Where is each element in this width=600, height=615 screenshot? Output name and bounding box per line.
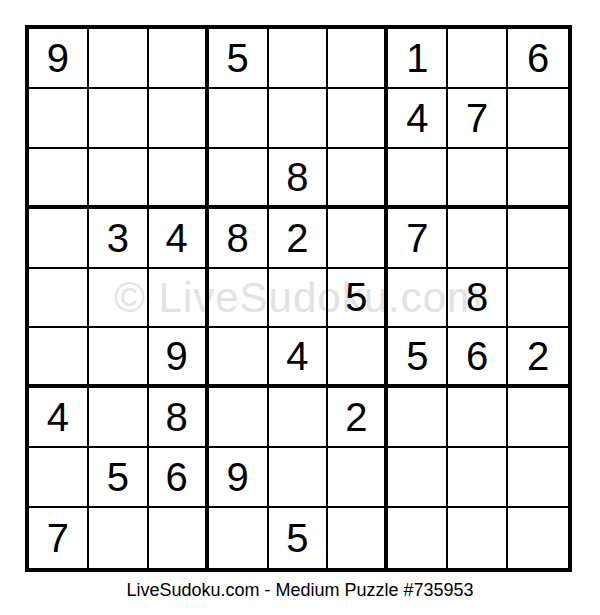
cell-r1c8[interactable] bbox=[448, 29, 508, 89]
cell-r9c3[interactable] bbox=[149, 508, 209, 568]
cell-r3c6[interactable] bbox=[328, 149, 388, 209]
cell-r1c7: 1 bbox=[388, 29, 448, 89]
cell-r4c7: 7 bbox=[388, 209, 448, 269]
cell-r2c3[interactable] bbox=[149, 89, 209, 149]
cell-r4c6[interactable] bbox=[328, 209, 388, 269]
cell-r7c9[interactable] bbox=[508, 388, 568, 448]
cell-r8c6[interactable] bbox=[328, 448, 388, 508]
cell-r5c7[interactable] bbox=[388, 269, 448, 329]
cell-r4c4: 8 bbox=[209, 209, 269, 269]
cell-r4c8[interactable] bbox=[448, 209, 508, 269]
cell-r3c1[interactable] bbox=[29, 149, 89, 209]
cell-r8c1[interactable] bbox=[29, 448, 89, 508]
cell-r3c3[interactable] bbox=[149, 149, 209, 209]
cell-r3c2[interactable] bbox=[89, 149, 149, 209]
cell-r6c3: 9 bbox=[149, 328, 209, 388]
cell-r5c4[interactable] bbox=[209, 269, 269, 329]
cell-r5c9[interactable] bbox=[508, 269, 568, 329]
cell-r4c5: 2 bbox=[269, 209, 329, 269]
cell-r4c9[interactable] bbox=[508, 209, 568, 269]
cell-r7c4[interactable] bbox=[209, 388, 269, 448]
cell-r3c5: 8 bbox=[269, 149, 329, 209]
puzzle-caption: LiveSudoku.com - Medium Puzzle #735953 bbox=[0, 580, 600, 601]
cell-r6c8: 6 bbox=[448, 328, 508, 388]
cell-r6c1[interactable] bbox=[29, 328, 89, 388]
sudoku-page: © LiveSudoku.com 95164783482758945624825… bbox=[0, 0, 600, 615]
cell-r9c5: 5 bbox=[269, 508, 329, 568]
cell-r6c9: 2 bbox=[508, 328, 568, 388]
cell-r5c6: 5 bbox=[328, 269, 388, 329]
cell-r2c5[interactable] bbox=[269, 89, 329, 149]
cell-r7c2[interactable] bbox=[89, 388, 149, 448]
cell-r2c1[interactable] bbox=[29, 89, 89, 149]
cell-r5c5[interactable] bbox=[269, 269, 329, 329]
cell-r3c8[interactable] bbox=[448, 149, 508, 209]
cell-r1c1: 9 bbox=[29, 29, 89, 89]
cell-r6c4[interactable] bbox=[209, 328, 269, 388]
cell-r4c3: 4 bbox=[149, 209, 209, 269]
cell-r1c2[interactable] bbox=[89, 29, 149, 89]
cell-r4c2: 3 bbox=[89, 209, 149, 269]
cell-r8c9[interactable] bbox=[508, 448, 568, 508]
cell-r3c9[interactable] bbox=[508, 149, 568, 209]
cell-r9c4[interactable] bbox=[209, 508, 269, 568]
cell-r6c6[interactable] bbox=[328, 328, 388, 388]
cell-r2c9[interactable] bbox=[508, 89, 568, 149]
cell-r7c8[interactable] bbox=[448, 388, 508, 448]
cell-r9c8[interactable] bbox=[448, 508, 508, 568]
cell-r1c9: 6 bbox=[508, 29, 568, 89]
cell-r8c3: 6 bbox=[149, 448, 209, 508]
cell-r5c1[interactable] bbox=[29, 269, 89, 329]
cell-r7c3: 8 bbox=[149, 388, 209, 448]
cell-r7c1: 4 bbox=[29, 388, 89, 448]
cell-r2c2[interactable] bbox=[89, 89, 149, 149]
cell-r5c8: 8 bbox=[448, 269, 508, 329]
cell-r8c4: 9 bbox=[209, 448, 269, 508]
cell-r6c7: 5 bbox=[388, 328, 448, 388]
cell-r9c7[interactable] bbox=[388, 508, 448, 568]
cell-r5c3[interactable] bbox=[149, 269, 209, 329]
cell-r4c1[interactable] bbox=[29, 209, 89, 269]
cell-r8c5[interactable] bbox=[269, 448, 329, 508]
cell-r5c2[interactable] bbox=[89, 269, 149, 329]
cell-r7c5[interactable] bbox=[269, 388, 329, 448]
cell-r1c4: 5 bbox=[209, 29, 269, 89]
cell-r2c7: 4 bbox=[388, 89, 448, 149]
cell-r3c7[interactable] bbox=[388, 149, 448, 209]
cell-r7c7[interactable] bbox=[388, 388, 448, 448]
cell-r6c5: 4 bbox=[269, 328, 329, 388]
cell-r9c1: 7 bbox=[29, 508, 89, 568]
cell-r8c2: 5 bbox=[89, 448, 149, 508]
cell-r2c4[interactable] bbox=[209, 89, 269, 149]
cell-r9c2[interactable] bbox=[89, 508, 149, 568]
cell-r9c6[interactable] bbox=[328, 508, 388, 568]
cell-r2c8: 7 bbox=[448, 89, 508, 149]
sudoku-board: © LiveSudoku.com 95164783482758945624825… bbox=[25, 25, 572, 572]
cell-r3c4[interactable] bbox=[209, 149, 269, 209]
cell-r8c7[interactable] bbox=[388, 448, 448, 508]
cell-r1c5[interactable] bbox=[269, 29, 329, 89]
cell-r6c2[interactable] bbox=[89, 328, 149, 388]
sudoku-grid: 951647834827589456248256975 bbox=[29, 29, 568, 568]
cell-r1c3[interactable] bbox=[149, 29, 209, 89]
cell-r9c9[interactable] bbox=[508, 508, 568, 568]
cell-r1c6[interactable] bbox=[328, 29, 388, 89]
cell-r2c6[interactable] bbox=[328, 89, 388, 149]
cell-r7c6: 2 bbox=[328, 388, 388, 448]
cell-r8c8[interactable] bbox=[448, 448, 508, 508]
